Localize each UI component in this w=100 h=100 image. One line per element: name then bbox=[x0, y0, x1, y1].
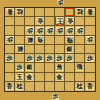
gote-hand-piece-pawn[interactable]: 歩 bbox=[57, 0, 64, 6]
square-6f[interactable]: 歩 bbox=[35, 54, 45, 63]
square-5d[interactable] bbox=[45, 36, 55, 45]
square-3d[interactable]: 飛 bbox=[65, 36, 75, 45]
square-3b[interactable]: 金 bbox=[65, 17, 75, 26]
square-9f[interactable]: 歩 bbox=[5, 54, 15, 63]
square-9c[interactable] bbox=[5, 26, 15, 35]
sente-piece-歩-9f[interactable]: 歩 bbox=[6, 54, 14, 62]
square-7i[interactable] bbox=[25, 82, 35, 91]
square-5b[interactable] bbox=[45, 17, 55, 26]
square-2c[interactable]: 歩 bbox=[75, 26, 85, 35]
sente-piece-桂-2i[interactable]: 桂 bbox=[76, 82, 84, 90]
square-1g[interactable] bbox=[85, 63, 95, 72]
square-8e[interactable]: 銀 bbox=[15, 45, 25, 54]
square-7e[interactable] bbox=[25, 45, 35, 54]
square-6b[interactable]: 金 bbox=[35, 17, 45, 26]
square-7g[interactable]: 銀 bbox=[25, 63, 35, 72]
square-2h[interactable] bbox=[75, 73, 85, 82]
gote-piece-香-9a[interactable]: 香 bbox=[6, 8, 14, 16]
sente-piece-歩-6f[interactable]: 歩 bbox=[36, 54, 44, 62]
square-4a[interactable] bbox=[55, 8, 65, 17]
square-8h[interactable]: 玉 bbox=[15, 73, 25, 82]
square-5c[interactable]: 歩 bbox=[45, 26, 55, 35]
gote-piece-歩-2c[interactable]: 歩 bbox=[76, 27, 84, 35]
square-5e[interactable] bbox=[45, 45, 55, 54]
square-6e[interactable] bbox=[35, 45, 45, 54]
square-3a-highlighted[interactable] bbox=[65, 8, 75, 17]
square-7b[interactable] bbox=[25, 17, 35, 26]
sente-piece-角-4g[interactable]: 角 bbox=[56, 63, 64, 71]
sente-piece-歩-3f[interactable]: 歩 bbox=[66, 54, 74, 62]
gote-piece-王-4b[interactable]: 王 bbox=[56, 17, 64, 25]
square-7c[interactable]: 歩 bbox=[25, 26, 35, 35]
square-3g[interactable] bbox=[65, 63, 75, 72]
square-2d[interactable] bbox=[75, 36, 85, 45]
sente-piece-玉-8h[interactable]: 玉 bbox=[16, 73, 24, 81]
square-5i[interactable] bbox=[45, 82, 55, 91]
square-1c[interactable] bbox=[85, 26, 95, 35]
square-1f[interactable]: 歩 bbox=[85, 54, 95, 63]
gote-piece-飛-3d[interactable]: 飛 bbox=[66, 36, 74, 44]
square-8g[interactable]: 歩 bbox=[15, 63, 25, 72]
square-2a[interactable]: 桂 bbox=[75, 8, 85, 17]
square-2i[interactable]: 桂 bbox=[75, 82, 85, 91]
sente-piece-金-4h[interactable]: 金 bbox=[56, 73, 64, 81]
gote-piece-歩-5c[interactable]: 歩 bbox=[46, 27, 54, 35]
square-8d[interactable] bbox=[15, 36, 25, 45]
gote-piece-歩-4c[interactable]: 歩 bbox=[56, 27, 64, 35]
square-1a[interactable]: 香 bbox=[85, 8, 95, 17]
square-1d[interactable]: 歩 bbox=[85, 36, 95, 45]
square-5a[interactable] bbox=[45, 8, 55, 17]
square-2b[interactable] bbox=[75, 17, 85, 26]
gote-piece-桂-2a[interactable]: 桂 bbox=[76, 8, 84, 16]
shogi-screenshot: { "game": "shogi", "position": { "sfen":… bbox=[0, 0, 100, 100]
shogi-board: 香桂桂香金王金歩歩歩歩歩歩歩銀角飛歩銀銀歩歩歩歩歩歩歩歩銀角飛玉金金香桂桂香 bbox=[4, 7, 96, 92]
square-3i[interactable] bbox=[65, 82, 75, 91]
square-1e[interactable] bbox=[85, 45, 95, 54]
square-8b[interactable] bbox=[15, 17, 25, 26]
sente-piece-歩-1f[interactable]: 歩 bbox=[86, 54, 94, 62]
square-6i[interactable] bbox=[35, 82, 45, 91]
sente-piece-歩-7f[interactable]: 歩 bbox=[26, 54, 34, 62]
square-7f[interactable]: 歩 bbox=[25, 54, 35, 63]
square-1i[interactable]: 香 bbox=[85, 82, 95, 91]
sente-piece-歩-4f[interactable]: 歩 bbox=[56, 54, 64, 62]
gote-piece-歩-7c[interactable]: 歩 bbox=[26, 27, 34, 35]
gote-piece-歩-9d[interactable]: 歩 bbox=[6, 36, 14, 44]
gote-piece-金-3b[interactable]: 金 bbox=[66, 17, 74, 25]
square-9h[interactable] bbox=[5, 73, 15, 82]
square-4e[interactable] bbox=[55, 45, 65, 54]
square-4b-highlighted[interactable]: 王 bbox=[55, 17, 65, 26]
gote-piece-角-6d[interactable]: 角 bbox=[36, 36, 44, 44]
gote-piece-銀-8e[interactable]: 銀 bbox=[16, 45, 24, 53]
square-3h[interactable] bbox=[65, 73, 75, 82]
gote-piece-金-6b[interactable]: 金 bbox=[36, 17, 44, 25]
square-6a[interactable] bbox=[35, 8, 45, 17]
sente-piece-香-9i[interactable]: 香 bbox=[6, 82, 14, 90]
square-6g[interactable] bbox=[35, 63, 45, 72]
square-3f[interactable]: 歩 bbox=[65, 54, 75, 63]
square-5h[interactable] bbox=[45, 73, 55, 82]
sente-piece-桂-8i[interactable]: 桂 bbox=[16, 82, 24, 90]
square-9g[interactable] bbox=[5, 63, 15, 72]
sente-piece-歩-5f[interactable]: 歩 bbox=[46, 54, 54, 62]
square-6h[interactable] bbox=[35, 73, 45, 82]
sente-hand-tray: 歩 bbox=[52, 93, 59, 100]
square-5g[interactable] bbox=[45, 63, 55, 72]
square-2e[interactable] bbox=[75, 45, 85, 54]
gote-piece-歩-1d[interactable]: 歩 bbox=[86, 36, 94, 44]
sente-hand-piece-pawn[interactable]: 歩 bbox=[52, 93, 59, 100]
square-9d[interactable]: 歩 bbox=[5, 36, 15, 45]
square-6c[interactable]: 歩 bbox=[35, 26, 45, 35]
square-4d[interactable] bbox=[55, 36, 65, 45]
gote-piece-桂-8a[interactable]: 桂 bbox=[16, 8, 24, 16]
square-7h[interactable]: 金 bbox=[25, 73, 35, 82]
sente-piece-銀-3e[interactable]: 銀 bbox=[66, 45, 74, 53]
sente-piece-香-1i[interactable]: 香 bbox=[86, 82, 94, 90]
square-6d[interactable]: 角 bbox=[35, 36, 45, 45]
square-8f[interactable] bbox=[15, 54, 25, 63]
gote-piece-歩-6c[interactable]: 歩 bbox=[36, 27, 44, 35]
gote-piece-歩-3c[interactable]: 歩 bbox=[66, 27, 74, 35]
gote-hand-tray: 歩 bbox=[57, 0, 64, 6]
gote-piece-香-1a[interactable]: 香 bbox=[86, 8, 94, 16]
square-3c[interactable]: 歩 bbox=[65, 26, 75, 35]
square-4c[interactable]: 歩 bbox=[55, 26, 65, 35]
square-3e[interactable]: 銀 bbox=[65, 45, 75, 54]
square-8i[interactable]: 桂 bbox=[15, 82, 25, 91]
sente-piece-歩-8g[interactable]: 歩 bbox=[16, 63, 24, 71]
square-5f[interactable]: 歩 bbox=[45, 54, 55, 63]
square-7d[interactable]: 銀 bbox=[25, 36, 35, 45]
square-8a[interactable]: 桂 bbox=[15, 8, 25, 17]
square-9i[interactable]: 香 bbox=[5, 82, 15, 91]
square-9b[interactable] bbox=[5, 17, 15, 26]
square-9a[interactable]: 香 bbox=[5, 8, 15, 17]
square-4i[interactable] bbox=[55, 82, 65, 91]
sente-piece-金-7h[interactable]: 金 bbox=[26, 73, 34, 81]
square-9e[interactable] bbox=[5, 45, 15, 54]
square-4g[interactable]: 角 bbox=[55, 63, 65, 72]
square-4f[interactable]: 歩 bbox=[55, 54, 65, 63]
sente-piece-飛-2g[interactable]: 飛 bbox=[76, 63, 84, 71]
square-7a[interactable] bbox=[25, 8, 35, 17]
gote-piece-銀-7d[interactable]: 銀 bbox=[26, 36, 34, 44]
square-8c[interactable] bbox=[15, 26, 25, 35]
square-2g[interactable]: 飛 bbox=[75, 63, 85, 72]
square-1b[interactable] bbox=[85, 17, 95, 26]
square-2f[interactable] bbox=[75, 54, 85, 63]
sente-piece-銀-7g[interactable]: 銀 bbox=[26, 63, 34, 71]
square-1h[interactable] bbox=[85, 73, 95, 82]
square-4h[interactable]: 金 bbox=[55, 73, 65, 82]
